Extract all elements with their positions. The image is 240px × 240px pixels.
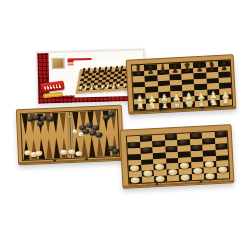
file-label: H — [220, 105, 232, 109]
white-checker — [155, 164, 164, 170]
folded-case-inset-photo — [52, 58, 65, 69]
black-checker — [154, 141, 163, 147]
white-backgammon-checker — [60, 150, 67, 155]
black-backgammon-checker — [103, 115, 110, 120]
clasp-icon — [201, 107, 204, 109]
file-label: G — [208, 106, 220, 110]
black-chess-piece: ♟ — [147, 68, 154, 76]
black-chess-piece: ♟ — [196, 65, 203, 73]
black-backgammon-checker — [95, 132, 102, 137]
clasp-icon — [155, 183, 158, 185]
white-checker — [168, 169, 177, 175]
black-checker — [142, 147, 151, 153]
white-checker — [143, 171, 152, 177]
file-label: A — [134, 109, 146, 113]
die-icon — [78, 131, 83, 136]
black-checker — [129, 142, 138, 148]
black-checker — [216, 131, 225, 137]
white-checker — [130, 165, 139, 171]
white-checker — [218, 167, 227, 173]
file-label: D — [171, 108, 183, 112]
black-chess-piece: ♟ — [220, 64, 227, 72]
black-checker — [179, 139, 188, 145]
black-backgammon-checker — [112, 148, 119, 153]
black-chess-piece: ♟ — [172, 67, 179, 75]
clasp-icon — [159, 109, 162, 111]
black-chess-piece: ♟ — [159, 67, 166, 75]
black-checker — [217, 143, 226, 149]
black-backgammon-checker — [37, 121, 44, 126]
black-checker — [191, 133, 200, 139]
black-checker — [204, 138, 213, 144]
file-label: A — [129, 183, 142, 187]
white-checker — [193, 168, 202, 174]
black-backgammon-checker — [46, 117, 53, 122]
black-checker — [167, 146, 176, 152]
file-label: B — [142, 182, 155, 186]
promo-ribbon — [41, 81, 65, 93]
white-checker — [180, 163, 189, 169]
clasp-icon — [199, 181, 202, 183]
product-photo-stage: ♜♞♝♛♚♝♞♜♟♟♟♟♟♟♟♟♟♟♟♟♟♟♟♟♜♞♝♛♚♝♞♜ ABCDEFG… — [0, 0, 240, 240]
white-backgammon-checker — [35, 150, 42, 155]
file-label: B — [147, 109, 159, 113]
black-checker — [141, 135, 150, 141]
white-checker — [205, 162, 214, 168]
checkers-board: ABCDEFGH — [120, 124, 235, 189]
clasp-icon — [85, 158, 88, 160]
chess-board: ♜♞♝♛♚♝♞♜♟♟♟♟♟♟♟♟♟♟♟♟♟♟♟♟♜♞♝♛♚♝♞♜ ABCDEFG… — [126, 54, 237, 115]
backgammon-checkers-layer — [21, 110, 119, 160]
black-checker — [192, 145, 201, 151]
die-icon — [72, 129, 77, 134]
box-art-light-pieces — [79, 83, 132, 91]
black-chess-piece: ♟ — [184, 66, 191, 74]
black-chess-piece: ♟ — [208, 65, 215, 73]
white-backgammon-checker — [75, 151, 82, 156]
backgammon-board — [16, 105, 124, 166]
black-checker — [166, 134, 175, 140]
black-chess-piece: ♟ — [135, 69, 142, 77]
clasp-icon — [53, 160, 56, 162]
file-label: H — [217, 179, 230, 183]
file-label: E — [183, 107, 195, 111]
